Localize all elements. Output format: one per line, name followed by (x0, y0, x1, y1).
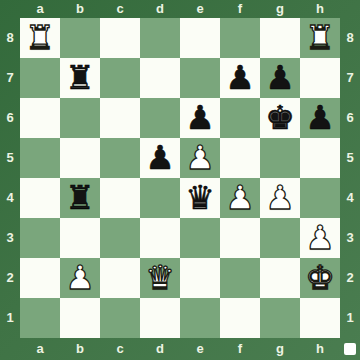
file-label: d (140, 0, 180, 18)
file-label: c (100, 338, 140, 360)
chess-board: ♜♜♜♟♟♟♚♟♟♟♜♛♟♟♟♟♛♚ (20, 18, 340, 338)
file-label: c (100, 0, 140, 18)
square-c6[interactable] (100, 98, 140, 138)
rank-label: 7 (0, 58, 20, 98)
square-h7[interactable] (300, 58, 340, 98)
square-g3[interactable] (260, 218, 300, 258)
rank-labels-left: 87654321 (0, 18, 20, 338)
rank-label: 3 (340, 218, 360, 258)
file-label: a (20, 338, 60, 360)
rank-label: 2 (340, 258, 360, 298)
square-a2[interactable] (20, 258, 60, 298)
file-labels-top: abcdefgh (20, 0, 340, 18)
file-label: g (260, 0, 300, 18)
file-label: f (220, 0, 260, 18)
square-g4[interactable]: ♟ (260, 178, 300, 218)
rank-labels-right: 87654321 (340, 18, 360, 338)
square-d6[interactable] (140, 98, 180, 138)
square-b3[interactable] (60, 218, 100, 258)
white-pawn[interactable]: ♟ (65, 258, 95, 298)
square-c3[interactable] (100, 218, 140, 258)
square-a5[interactable] (20, 138, 60, 178)
square-e1[interactable] (180, 298, 220, 338)
square-c2[interactable] (100, 258, 140, 298)
square-d1[interactable] (140, 298, 180, 338)
rank-label: 6 (0, 98, 20, 138)
square-d4[interactable] (140, 178, 180, 218)
file-label: h (300, 338, 340, 360)
black-pawn[interactable]: ♟ (145, 138, 175, 178)
file-labels-bottom: abcdefgh (20, 338, 340, 360)
rank-label: 6 (340, 98, 360, 138)
white-rook[interactable]: ♜ (305, 18, 335, 58)
square-b4[interactable]: ♜ (60, 178, 100, 218)
file-label: h (300, 0, 340, 18)
file-label: b (60, 338, 100, 360)
rank-label: 8 (0, 18, 20, 58)
square-f8[interactable] (220, 18, 260, 58)
file-label: e (180, 338, 220, 360)
white-king[interactable]: ♚ (305, 258, 335, 298)
white-pawn[interactable]: ♟ (225, 178, 255, 218)
rank-label: 4 (340, 178, 360, 218)
square-e3[interactable] (180, 218, 220, 258)
square-e2[interactable] (180, 258, 220, 298)
rank-label: 1 (0, 298, 20, 338)
square-d8[interactable] (140, 18, 180, 58)
square-h4[interactable] (300, 178, 340, 218)
black-king[interactable]: ♚ (265, 98, 295, 138)
square-f7[interactable]: ♟ (220, 58, 260, 98)
square-e5[interactable]: ♟ (180, 138, 220, 178)
square-d7[interactable] (140, 58, 180, 98)
square-b8[interactable] (60, 18, 100, 58)
square-h3[interactable]: ♟ (300, 218, 340, 258)
black-pawn[interactable]: ♟ (225, 58, 255, 98)
black-rook[interactable]: ♜ (65, 178, 95, 218)
square-e6[interactable]: ♟ (180, 98, 220, 138)
white-pawn[interactable]: ♟ (265, 178, 295, 218)
square-a1[interactable] (20, 298, 60, 338)
file-label: d (140, 338, 180, 360)
square-a3[interactable] (20, 218, 60, 258)
square-b1[interactable] (60, 298, 100, 338)
square-c1[interactable] (100, 298, 140, 338)
black-queen[interactable]: ♛ (185, 178, 215, 218)
square-g6[interactable]: ♚ (260, 98, 300, 138)
square-c5[interactable] (100, 138, 140, 178)
rank-label: 8 (340, 18, 360, 58)
black-pawn[interactable]: ♟ (265, 58, 295, 98)
square-h2[interactable]: ♚ (300, 258, 340, 298)
square-b7[interactable]: ♜ (60, 58, 100, 98)
square-b6[interactable] (60, 98, 100, 138)
square-a6[interactable] (20, 98, 60, 138)
square-b5[interactable] (60, 138, 100, 178)
square-e4[interactable]: ♛ (180, 178, 220, 218)
square-a8[interactable]: ♜ (20, 18, 60, 58)
square-f4[interactable]: ♟ (220, 178, 260, 218)
square-g8[interactable] (260, 18, 300, 58)
square-g7[interactable]: ♟ (260, 58, 300, 98)
black-pawn[interactable]: ♟ (185, 98, 215, 138)
square-h8[interactable]: ♜ (300, 18, 340, 58)
square-d3[interactable] (140, 218, 180, 258)
rank-label: 2 (0, 258, 20, 298)
square-e7[interactable] (180, 58, 220, 98)
square-f6[interactable] (220, 98, 260, 138)
square-h5[interactable] (300, 138, 340, 178)
square-e8[interactable] (180, 18, 220, 58)
rank-label: 5 (340, 138, 360, 178)
square-f1[interactable] (220, 298, 260, 338)
black-pawn[interactable]: ♟ (305, 98, 335, 138)
black-rook[interactable]: ♜ (65, 58, 95, 98)
square-f3[interactable] (220, 218, 260, 258)
white-rook[interactable]: ♜ (25, 18, 55, 58)
white-to-move-indicator (344, 343, 356, 355)
square-h1[interactable] (300, 298, 340, 338)
square-g2[interactable] (260, 258, 300, 298)
square-f2[interactable] (220, 258, 260, 298)
white-pawn[interactable]: ♟ (185, 138, 215, 178)
chess-board-frame: abcdefgh abcdefgh 87654321 87654321 ♜♜♜♟… (0, 0, 360, 360)
square-c7[interactable] (100, 58, 140, 98)
square-a4[interactable] (20, 178, 60, 218)
square-c4[interactable] (100, 178, 140, 218)
square-a7[interactable] (20, 58, 60, 98)
square-g1[interactable] (260, 298, 300, 338)
file-label: b (60, 0, 100, 18)
square-g5[interactable] (260, 138, 300, 178)
rank-label: 7 (340, 58, 360, 98)
rank-label: 4 (0, 178, 20, 218)
file-label: a (20, 0, 60, 18)
rank-label: 3 (0, 218, 20, 258)
file-label: e (180, 0, 220, 18)
rank-label: 5 (0, 138, 20, 178)
square-f5[interactable] (220, 138, 260, 178)
square-h6[interactable]: ♟ (300, 98, 340, 138)
file-label: g (260, 338, 300, 360)
file-label: f (220, 338, 260, 360)
white-queen[interactable]: ♛ (145, 258, 175, 298)
square-d5[interactable]: ♟ (140, 138, 180, 178)
square-c8[interactable] (100, 18, 140, 58)
white-pawn[interactable]: ♟ (305, 218, 335, 258)
rank-label: 1 (340, 298, 360, 338)
square-b2[interactable]: ♟ (60, 258, 100, 298)
square-d2[interactable]: ♛ (140, 258, 180, 298)
